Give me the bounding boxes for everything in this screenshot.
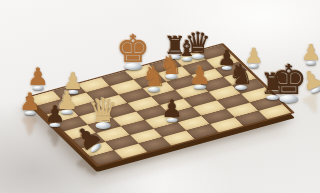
piece-dark-pawn-d3: ♟ <box>161 97 183 121</box>
piece-light-queen-b4: ♛ <box>88 94 118 127</box>
chess-set-photo: ♜♛♝♟♟♚♟♞♟♟♞♞♟♟♟♜♚♟♟♟♟♟♟♛♟♟ <box>0 0 320 193</box>
chrome-wobble-base <box>280 95 299 103</box>
pieces-layer: ♜♛♝♟♟♚♟♞♟♟♞♞♟♟♟♜♚♟♟♟♟♟♟♛♟♟ <box>0 0 320 193</box>
piece-dark-knight-g5: ♞ <box>228 61 253 89</box>
piece-light-knight-e6: ♞ <box>141 63 166 91</box>
piece-dark-pawn-offboard: ♟♟ <box>75 124 100 152</box>
chrome-wobble-base <box>194 85 206 90</box>
piece-dark-pawn-offboard: ♟♟ <box>45 103 66 126</box>
chrome-wobble-base <box>24 111 35 116</box>
piece-light-pawn-a7: ♟ <box>27 65 49 89</box>
chrome-wobble-base <box>165 74 177 79</box>
piece-light-pawn-f5: ♟ <box>189 63 211 88</box>
piece-light-pawn-offboard: ♟♟ <box>19 90 41 114</box>
chrome-wobble-base <box>166 118 177 123</box>
piece-dark-king-h2: ♚ <box>271 60 308 101</box>
